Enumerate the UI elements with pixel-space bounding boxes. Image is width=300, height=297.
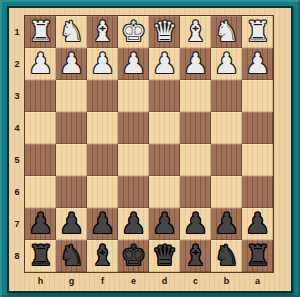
rank-label-2: 2 <box>9 48 25 80</box>
square-f1[interactable]: ♝ <box>87 16 118 48</box>
square-f8[interactable]: ♝ <box>87 240 118 272</box>
square-d5[interactable] <box>149 144 180 176</box>
square-f5[interactable] <box>87 144 118 176</box>
square-b3[interactable] <box>211 80 242 112</box>
square-b5[interactable] <box>211 144 242 176</box>
square-d4[interactable] <box>149 112 180 144</box>
piece-white-pawn[interactable]: ♟ <box>242 48 273 80</box>
file-label-d: d <box>149 273 180 289</box>
piece-white-rook[interactable]: ♜ <box>25 16 56 48</box>
square-e8[interactable]: ♚ <box>118 240 149 272</box>
piece-white-pawn[interactable]: ♟ <box>25 48 56 80</box>
square-h1[interactable]: ♜ <box>25 16 56 48</box>
square-c8[interactable]: ♝ <box>180 240 211 272</box>
square-g8[interactable]: ♞ <box>56 240 87 272</box>
square-b4[interactable] <box>211 112 242 144</box>
square-c4[interactable] <box>180 112 211 144</box>
square-a1[interactable]: ♜ <box>242 16 273 48</box>
rank-label-1: 1 <box>9 16 25 48</box>
square-e6[interactable] <box>118 176 149 208</box>
rank-label-5: 5 <box>9 144 25 176</box>
piece-white-pawn[interactable]: ♟ <box>87 48 118 80</box>
piece-white-pawn[interactable]: ♟ <box>211 48 242 80</box>
square-f3[interactable] <box>87 80 118 112</box>
piece-white-pawn[interactable]: ♟ <box>149 48 180 80</box>
square-h7[interactable]: ♟ <box>25 208 56 240</box>
square-f7[interactable]: ♟ <box>87 208 118 240</box>
square-g7[interactable]: ♟ <box>56 208 87 240</box>
square-a7[interactable]: ♟ <box>242 208 273 240</box>
rank-label-7: 7 <box>9 208 25 240</box>
rank-label-3: 3 <box>9 80 25 112</box>
chess-app-screen: 12345678 ♜♞♝♚♛♝♞♜♟♟♟♟♟♟♟♟♟♟♟♟♟♟♟♟♜♞♝♚♛♝♞… <box>0 0 300 297</box>
piece-white-rook[interactable]: ♜ <box>242 16 273 48</box>
piece-black-pawn[interactable]: ♟ <box>56 208 87 240</box>
square-a5[interactable] <box>242 144 273 176</box>
square-c7[interactable]: ♟ <box>180 208 211 240</box>
square-b1[interactable]: ♞ <box>211 16 242 48</box>
square-d7[interactable]: ♟ <box>149 208 180 240</box>
piece-black-pawn[interactable]: ♟ <box>149 208 180 240</box>
square-e1[interactable]: ♚ <box>118 16 149 48</box>
square-d1[interactable]: ♛ <box>149 16 180 48</box>
square-e4[interactable] <box>118 112 149 144</box>
chess-board-frame: 12345678 ♜♞♝♚♛♝♞♜♟♟♟♟♟♟♟♟♟♟♟♟♟♟♟♟♜♞♝♚♛♝♞… <box>7 6 293 293</box>
piece-black-pawn[interactable]: ♟ <box>180 208 211 240</box>
piece-black-pawn[interactable]: ♟ <box>87 208 118 240</box>
file-label-b: b <box>211 273 242 289</box>
piece-black-knight[interactable]: ♞ <box>56 240 87 272</box>
square-g1[interactable]: ♞ <box>56 16 87 48</box>
square-g2[interactable]: ♟ <box>56 48 87 80</box>
square-g3[interactable] <box>56 80 87 112</box>
file-label-f: f <box>87 273 118 289</box>
square-b8[interactable]: ♞ <box>211 240 242 272</box>
file-label-c: c <box>180 273 211 289</box>
square-d8[interactable]: ♛ <box>149 240 180 272</box>
square-e3[interactable] <box>118 80 149 112</box>
square-b7[interactable]: ♟ <box>211 208 242 240</box>
square-h4[interactable] <box>25 112 56 144</box>
piece-white-bishop[interactable]: ♝ <box>87 16 118 48</box>
square-b6[interactable] <box>211 176 242 208</box>
rank-labels: 12345678 <box>9 16 25 272</box>
piece-white-pawn[interactable]: ♟ <box>180 48 211 80</box>
piece-black-pawn[interactable]: ♟ <box>118 208 149 240</box>
piece-white-pawn[interactable]: ♟ <box>56 48 87 80</box>
file-label-g: g <box>56 273 87 289</box>
square-a2[interactable]: ♟ <box>242 48 273 80</box>
file-label-a: a <box>242 273 273 289</box>
square-b2[interactable]: ♟ <box>211 48 242 80</box>
chess-board[interactable]: ♜♞♝♚♛♝♞♜♟♟♟♟♟♟♟♟♟♟♟♟♟♟♟♟♜♞♝♚♛♝♞♜ <box>25 16 273 272</box>
square-g5[interactable] <box>56 144 87 176</box>
square-a3[interactable] <box>242 80 273 112</box>
piece-black-rook[interactable]: ♜ <box>25 240 56 272</box>
piece-black-queen[interactable]: ♛ <box>149 240 180 272</box>
square-e7[interactable]: ♟ <box>118 208 149 240</box>
rank-label-6: 6 <box>9 176 25 208</box>
piece-black-pawn[interactable]: ♟ <box>242 208 273 240</box>
rank-label-8: 8 <box>9 240 25 272</box>
square-d3[interactable] <box>149 80 180 112</box>
square-h6[interactable] <box>25 176 56 208</box>
square-c3[interactable] <box>180 80 211 112</box>
file-label-h: h <box>25 273 56 289</box>
piece-white-pawn[interactable]: ♟ <box>118 48 149 80</box>
piece-white-queen[interactable]: ♛ <box>149 16 180 48</box>
square-g4[interactable] <box>56 112 87 144</box>
file-labels: hgfedcba <box>25 273 273 289</box>
piece-black-bishop[interactable]: ♝ <box>180 240 211 272</box>
square-f6[interactable] <box>87 176 118 208</box>
piece-white-king[interactable]: ♚ <box>118 16 149 48</box>
square-h3[interactable] <box>25 80 56 112</box>
square-h8[interactable]: ♜ <box>25 240 56 272</box>
square-f2[interactable]: ♟ <box>87 48 118 80</box>
square-f4[interactable] <box>87 112 118 144</box>
square-e2[interactable]: ♟ <box>118 48 149 80</box>
piece-black-pawn[interactable]: ♟ <box>211 208 242 240</box>
square-d6[interactable] <box>149 176 180 208</box>
square-h5[interactable] <box>25 144 56 176</box>
piece-black-bishop[interactable]: ♝ <box>87 240 118 272</box>
piece-black-pawn[interactable]: ♟ <box>25 208 56 240</box>
square-e5[interactable] <box>118 144 149 176</box>
piece-white-knight[interactable]: ♞ <box>56 16 87 48</box>
square-d2[interactable]: ♟ <box>149 48 180 80</box>
piece-white-bishop[interactable]: ♝ <box>180 16 211 48</box>
piece-black-rook[interactable]: ♜ <box>242 240 273 272</box>
square-g6[interactable] <box>56 176 87 208</box>
piece-black-knight[interactable]: ♞ <box>211 240 242 272</box>
square-c2[interactable]: ♟ <box>180 48 211 80</box>
square-c1[interactable]: ♝ <box>180 16 211 48</box>
square-c6[interactable] <box>180 176 211 208</box>
square-a6[interactable] <box>242 176 273 208</box>
file-label-e: e <box>118 273 149 289</box>
square-c5[interactable] <box>180 144 211 176</box>
piece-black-king[interactable]: ♚ <box>118 240 149 272</box>
rank-label-4: 4 <box>9 112 25 144</box>
square-h2[interactable]: ♟ <box>25 48 56 80</box>
square-a4[interactable] <box>242 112 273 144</box>
square-a8[interactable]: ♜ <box>242 240 273 272</box>
piece-white-knight[interactable]: ♞ <box>211 16 242 48</box>
